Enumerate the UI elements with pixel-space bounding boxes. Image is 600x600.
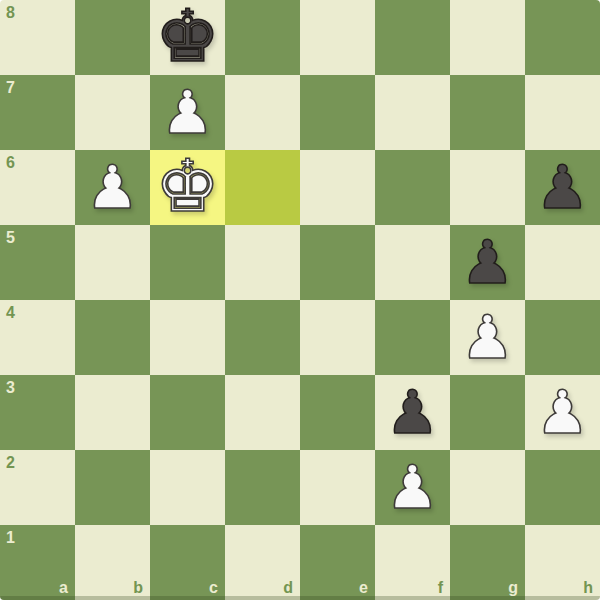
square-d6[interactable] <box>225 150 300 225</box>
square-e3[interactable] <box>300 375 375 450</box>
square-b7[interactable] <box>75 75 150 150</box>
square-a1[interactable]: 1a <box>0 525 75 600</box>
square-h3[interactable]: ♟ <box>525 375 600 450</box>
square-g1[interactable]: g <box>450 525 525 600</box>
file-label-c: c <box>209 580 218 596</box>
square-b1[interactable]: b <box>75 525 150 600</box>
square-g6[interactable] <box>450 150 525 225</box>
square-b8[interactable] <box>75 0 150 75</box>
square-e4[interactable] <box>300 300 375 375</box>
file-label-a: a <box>59 580 68 596</box>
square-d8[interactable] <box>225 0 300 75</box>
square-f5[interactable] <box>375 225 450 300</box>
white-pawn[interactable]: ♟ <box>161 82 215 142</box>
rank-label-6: 6 <box>6 155 15 171</box>
square-b4[interactable] <box>75 300 150 375</box>
square-a8[interactable]: 8 <box>0 0 75 75</box>
square-a7[interactable]: 7 <box>0 75 75 150</box>
square-d7[interactable] <box>225 75 300 150</box>
file-label-d: d <box>283 580 293 596</box>
rank-label-7: 7 <box>6 80 15 96</box>
square-d3[interactable] <box>225 375 300 450</box>
square-a5[interactable]: 5 <box>0 225 75 300</box>
square-c5[interactable] <box>150 225 225 300</box>
square-f7[interactable] <box>375 75 450 150</box>
square-g8[interactable] <box>450 0 525 75</box>
rank-label-2: 2 <box>6 455 15 471</box>
square-d4[interactable] <box>225 300 300 375</box>
white-king[interactable]: ♚ <box>155 150 220 222</box>
square-d5[interactable] <box>225 225 300 300</box>
square-e2[interactable] <box>300 450 375 525</box>
square-f6[interactable] <box>375 150 450 225</box>
square-g7[interactable] <box>450 75 525 150</box>
rank-label-8: 8 <box>6 5 15 21</box>
square-g2[interactable] <box>450 450 525 525</box>
square-f8[interactable] <box>375 0 450 75</box>
file-label-e: e <box>359 580 368 596</box>
square-c2[interactable] <box>150 450 225 525</box>
chess-board: 8♚7♟6♟♚♟5♟4♟3♟♟2♟1abcdefgh <box>0 0 600 600</box>
square-a6[interactable]: 6 <box>0 150 75 225</box>
square-e7[interactable] <box>300 75 375 150</box>
white-pawn[interactable]: ♟ <box>536 382 590 442</box>
square-a3[interactable]: 3 <box>0 375 75 450</box>
square-a4[interactable]: 4 <box>0 300 75 375</box>
square-h4[interactable] <box>525 300 600 375</box>
rank-label-4: 4 <box>6 305 15 321</box>
square-g3[interactable] <box>450 375 525 450</box>
square-c4[interactable] <box>150 300 225 375</box>
square-e1[interactable]: e <box>300 525 375 600</box>
white-pawn[interactable]: ♟ <box>386 457 440 517</box>
square-c1[interactable]: c <box>150 525 225 600</box>
white-pawn[interactable]: ♟ <box>86 157 140 217</box>
file-label-b: b <box>133 580 143 596</box>
square-e8[interactable] <box>300 0 375 75</box>
square-d2[interactable] <box>225 450 300 525</box>
square-h5[interactable] <box>525 225 600 300</box>
file-label-h: h <box>583 580 593 596</box>
square-b3[interactable] <box>75 375 150 450</box>
square-c3[interactable] <box>150 375 225 450</box>
rank-label-3: 3 <box>6 380 15 396</box>
rank-label-5: 5 <box>6 230 15 246</box>
black-pawn[interactable]: ♟ <box>386 382 440 442</box>
black-pawn[interactable]: ♟ <box>461 232 515 292</box>
square-a2[interactable]: 2 <box>0 450 75 525</box>
square-f3[interactable]: ♟ <box>375 375 450 450</box>
chess-board-wrapper: 8♚7♟6♟♚♟5♟4♟3♟♟2♟1abcdefgh <box>0 0 600 600</box>
square-c6[interactable]: ♚ <box>150 150 225 225</box>
square-b2[interactable] <box>75 450 150 525</box>
square-b6[interactable]: ♟ <box>75 150 150 225</box>
square-h7[interactable] <box>525 75 600 150</box>
square-d1[interactable]: d <box>225 525 300 600</box>
square-h6[interactable]: ♟ <box>525 150 600 225</box>
black-pawn[interactable]: ♟ <box>536 157 590 217</box>
square-f4[interactable] <box>375 300 450 375</box>
file-label-f: f <box>438 580 443 596</box>
square-h2[interactable] <box>525 450 600 525</box>
square-c7[interactable]: ♟ <box>150 75 225 150</box>
square-f2[interactable]: ♟ <box>375 450 450 525</box>
square-g4[interactable]: ♟ <box>450 300 525 375</box>
black-king[interactable]: ♚ <box>155 0 220 72</box>
rank-label-1: 1 <box>6 530 15 546</box>
square-c8[interactable]: ♚ <box>150 0 225 75</box>
square-h1[interactable]: h <box>525 525 600 600</box>
square-f1[interactable]: f <box>375 525 450 600</box>
square-g5[interactable]: ♟ <box>450 225 525 300</box>
square-b5[interactable] <box>75 225 150 300</box>
white-pawn[interactable]: ♟ <box>461 307 515 367</box>
file-label-g: g <box>508 580 518 596</box>
square-e5[interactable] <box>300 225 375 300</box>
square-h8[interactable] <box>525 0 600 75</box>
square-e6[interactable] <box>300 150 375 225</box>
